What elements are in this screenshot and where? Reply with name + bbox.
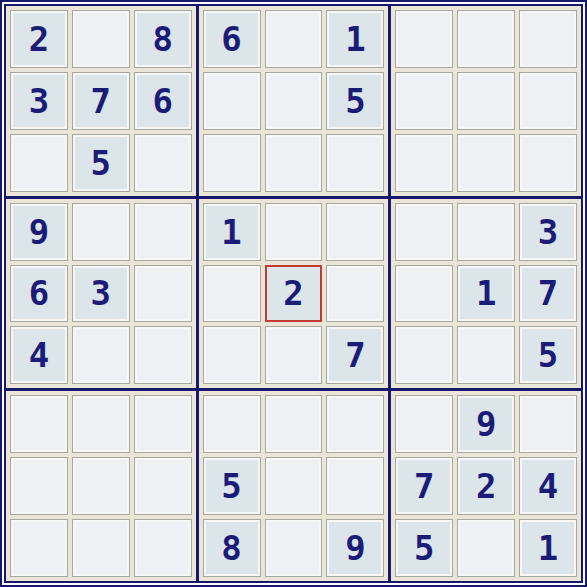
cell-r3c7[interactable] xyxy=(395,134,453,192)
cell-r9c5[interactable] xyxy=(265,519,323,577)
cell-r5c9[interactable]: 7 xyxy=(519,265,577,323)
cell-r1c6[interactable]: 1 xyxy=(326,10,384,68)
cell-r9c4[interactable]: 8 xyxy=(203,519,261,577)
cell-r4c5[interactable] xyxy=(265,203,323,261)
cell-r7c5[interactable] xyxy=(265,395,323,453)
cell-r5c2[interactable]: 3 xyxy=(72,265,130,323)
cell-r7c6[interactable] xyxy=(326,395,384,453)
cell-r1c1[interactable]: 2 xyxy=(10,10,68,68)
box-2-3: 3175 xyxy=(391,199,581,389)
cell-r9c6[interactable]: 9 xyxy=(326,519,384,577)
cell-r3c4[interactable] xyxy=(203,134,261,192)
cell-r1c7[interactable] xyxy=(395,10,453,68)
box-1-3 xyxy=(391,6,581,196)
cell-r9c8[interactable] xyxy=(457,519,515,577)
cell-r4c4[interactable]: 1 xyxy=(203,203,261,261)
cell-r7c3[interactable] xyxy=(134,395,192,453)
box-3-3: 972451 xyxy=(391,391,581,581)
cell-r1c4[interactable]: 6 xyxy=(203,10,261,68)
cell-r6c9[interactable]: 5 xyxy=(519,326,577,384)
cell-r3c6[interactable] xyxy=(326,134,384,192)
cell-r6c7[interactable] xyxy=(395,326,453,384)
cell-r8c2[interactable] xyxy=(72,457,130,515)
cell-r5c3[interactable] xyxy=(134,265,192,323)
cell-r8c4[interactable]: 5 xyxy=(203,457,261,515)
cell-r4c9[interactable]: 3 xyxy=(519,203,577,261)
cell-r2c6[interactable]: 5 xyxy=(326,72,384,130)
cell-r6c8[interactable] xyxy=(457,326,515,384)
cell-r7c1[interactable] xyxy=(10,395,68,453)
cell-r7c4[interactable] xyxy=(203,395,261,453)
cell-r4c3[interactable] xyxy=(134,203,192,261)
cell-r6c4[interactable] xyxy=(203,326,261,384)
cell-r9c9[interactable]: 1 xyxy=(519,519,577,577)
cell-r2c3[interactable]: 6 xyxy=(134,72,192,130)
box-1-1: 283765 xyxy=(6,6,196,196)
cell-r4c2[interactable] xyxy=(72,203,130,261)
sudoku-board-grid: 28376561596341273175589972451 xyxy=(4,4,583,583)
cell-r2c9[interactable] xyxy=(519,72,577,130)
cell-r7c8[interactable]: 9 xyxy=(457,395,515,453)
box-2-1: 9634 xyxy=(6,199,196,389)
cell-r8c6[interactable] xyxy=(326,457,384,515)
cell-r5c7[interactable] xyxy=(395,265,453,323)
cell-r4c8[interactable] xyxy=(457,203,515,261)
cell-r7c7[interactable] xyxy=(395,395,453,453)
cell-r5c8[interactable]: 1 xyxy=(457,265,515,323)
cell-r3c1[interactable] xyxy=(10,134,68,192)
cell-r3c2[interactable]: 5 xyxy=(72,134,130,192)
cell-r9c7[interactable]: 5 xyxy=(395,519,453,577)
cell-r2c5[interactable] xyxy=(265,72,323,130)
cell-r6c3[interactable] xyxy=(134,326,192,384)
cell-r9c3[interactable] xyxy=(134,519,192,577)
cell-r1c2[interactable] xyxy=(72,10,130,68)
cell-r2c1[interactable]: 3 xyxy=(10,72,68,130)
box-3-1 xyxy=(6,391,196,581)
cell-r7c9[interactable] xyxy=(519,395,577,453)
cell-r8c8[interactable]: 2 xyxy=(457,457,515,515)
cell-r2c8[interactable] xyxy=(457,72,515,130)
cell-r3c9[interactable] xyxy=(519,134,577,192)
cell-r6c6[interactable]: 7 xyxy=(326,326,384,384)
cell-r3c3[interactable] xyxy=(134,134,192,192)
cell-r7c2[interactable] xyxy=(72,395,130,453)
cell-r1c5[interactable] xyxy=(265,10,323,68)
cell-r4c7[interactable] xyxy=(395,203,453,261)
cell-r6c1[interactable]: 4 xyxy=(10,326,68,384)
box-2-2: 127 xyxy=(199,199,389,389)
cell-r2c2[interactable]: 7 xyxy=(72,72,130,130)
cell-r8c3[interactable] xyxy=(134,457,192,515)
cell-r6c5[interactable] xyxy=(265,326,323,384)
cell-r8c9[interactable]: 4 xyxy=(519,457,577,515)
cell-r5c6[interactable] xyxy=(326,265,384,323)
cell-r8c7[interactable]: 7 xyxy=(395,457,453,515)
cell-r1c8[interactable] xyxy=(457,10,515,68)
cell-r1c3[interactable]: 8 xyxy=(134,10,192,68)
cell-r4c6[interactable] xyxy=(326,203,384,261)
cell-r2c7[interactable] xyxy=(395,72,453,130)
cell-r6c2[interactable] xyxy=(72,326,130,384)
cell-r5c1[interactable]: 6 xyxy=(10,265,68,323)
cell-r8c1[interactable] xyxy=(10,457,68,515)
cell-r9c2[interactable] xyxy=(72,519,130,577)
cell-r2c4[interactable] xyxy=(203,72,261,130)
cell-r3c8[interactable] xyxy=(457,134,515,192)
cell-r1c9[interactable] xyxy=(519,10,577,68)
cell-r8c5[interactable] xyxy=(265,457,323,515)
cell-r4c1[interactable]: 9 xyxy=(10,203,68,261)
box-3-2: 589 xyxy=(199,391,389,581)
cell-r3c5[interactable] xyxy=(265,134,323,192)
box-1-2: 615 xyxy=(199,6,389,196)
cell-r5c5[interactable]: 2 xyxy=(265,265,323,323)
cell-r5c4[interactable] xyxy=(203,265,261,323)
cell-r9c1[interactable] xyxy=(10,519,68,577)
sudoku-board: 28376561596341273175589972451 xyxy=(0,0,587,587)
